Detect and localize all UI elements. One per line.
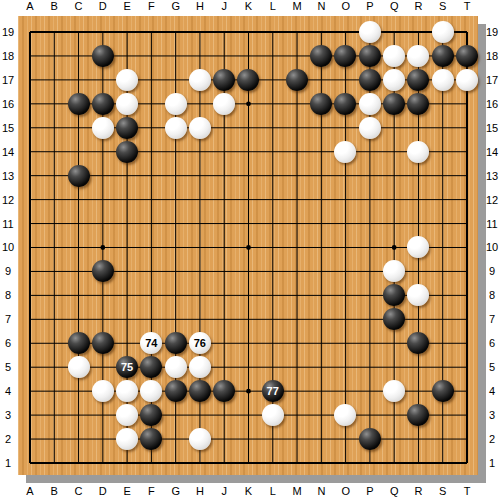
intersection-s11[interactable] xyxy=(430,212,454,236)
intersection-s19[interactable] xyxy=(430,20,454,44)
intersection-k11[interactable] xyxy=(236,212,260,236)
intersection-m18[interactable] xyxy=(285,44,309,68)
intersection-o4[interactable] xyxy=(333,379,357,403)
intersection-q6[interactable] xyxy=(382,331,406,355)
intersection-d18[interactable] xyxy=(91,44,115,68)
intersection-h16[interactable] xyxy=(188,92,212,116)
intersection-t18[interactable] xyxy=(455,44,479,68)
intersection-o13[interactable] xyxy=(333,164,357,188)
intersection-c6[interactable] xyxy=(66,331,90,355)
intersection-o18[interactable] xyxy=(333,44,357,68)
intersection-k15[interactable] xyxy=(236,116,260,140)
intersection-f13[interactable] xyxy=(139,164,163,188)
intersection-p16[interactable] xyxy=(358,92,382,116)
intersection-s2[interactable] xyxy=(430,427,454,451)
intersection-t2[interactable] xyxy=(455,427,479,451)
intersection-o8[interactable] xyxy=(333,283,357,307)
intersection-e18[interactable] xyxy=(115,44,139,68)
intersection-b4[interactable] xyxy=(42,379,66,403)
intersection-e17[interactable] xyxy=(115,68,139,92)
intersection-j5[interactable] xyxy=(212,355,236,379)
intersection-j11[interactable] xyxy=(212,212,236,236)
intersection-t4[interactable] xyxy=(455,379,479,403)
intersection-a9[interactable] xyxy=(18,259,42,283)
intersection-q18[interactable] xyxy=(382,44,406,68)
intersection-j10[interactable] xyxy=(212,235,236,259)
intersection-g17[interactable] xyxy=(163,68,187,92)
intersection-g4[interactable] xyxy=(163,379,187,403)
intersection-n17[interactable] xyxy=(309,68,333,92)
intersection-j7[interactable] xyxy=(212,307,236,331)
intersection-j2[interactable] xyxy=(212,427,236,451)
intersection-b5[interactable] xyxy=(42,355,66,379)
intersection-s17[interactable] xyxy=(430,68,454,92)
intersection-f19[interactable] xyxy=(139,20,163,44)
intersection-g8[interactable] xyxy=(163,283,187,307)
intersection-d4[interactable] xyxy=(91,379,115,403)
intersection-l6[interactable] xyxy=(261,331,285,355)
intersection-h12[interactable] xyxy=(188,188,212,212)
intersection-o10[interactable] xyxy=(333,235,357,259)
intersection-j9[interactable] xyxy=(212,259,236,283)
intersection-m7[interactable] xyxy=(285,307,309,331)
intersection-c15[interactable] xyxy=(66,116,90,140)
intersection-g13[interactable] xyxy=(163,164,187,188)
intersection-a1[interactable] xyxy=(18,451,42,475)
intersection-b15[interactable] xyxy=(42,116,66,140)
intersection-o19[interactable] xyxy=(333,20,357,44)
intersection-e11[interactable] xyxy=(115,212,139,236)
intersection-h6[interactable]: 76 xyxy=(188,331,212,355)
intersection-s18[interactable] xyxy=(430,44,454,68)
intersection-l4[interactable]: 77 xyxy=(261,379,285,403)
intersection-c16[interactable] xyxy=(66,92,90,116)
intersection-c18[interactable] xyxy=(66,44,90,68)
intersection-f5[interactable] xyxy=(139,355,163,379)
intersection-q17[interactable] xyxy=(382,68,406,92)
intersection-c7[interactable] xyxy=(66,307,90,331)
intersection-a18[interactable] xyxy=(18,44,42,68)
intersection-t19[interactable] xyxy=(455,20,479,44)
intersection-q9[interactable] xyxy=(382,259,406,283)
intersection-l17[interactable] xyxy=(261,68,285,92)
intersection-k4[interactable] xyxy=(236,379,260,403)
intersection-l8[interactable] xyxy=(261,283,285,307)
intersection-h13[interactable] xyxy=(188,164,212,188)
intersection-b6[interactable] xyxy=(42,331,66,355)
intersection-e4[interactable] xyxy=(115,379,139,403)
intersection-m11[interactable] xyxy=(285,212,309,236)
intersection-f8[interactable] xyxy=(139,283,163,307)
intersection-s12[interactable] xyxy=(430,188,454,212)
intersection-k8[interactable] xyxy=(236,283,260,307)
intersection-j18[interactable] xyxy=(212,44,236,68)
intersection-d11[interactable] xyxy=(91,212,115,236)
intersection-j6[interactable] xyxy=(212,331,236,355)
intersection-n13[interactable] xyxy=(309,164,333,188)
intersection-g5[interactable] xyxy=(163,355,187,379)
intersection-q8[interactable] xyxy=(382,283,406,307)
intersection-m19[interactable] xyxy=(285,20,309,44)
intersection-q16[interactable] xyxy=(382,92,406,116)
intersection-q19[interactable] xyxy=(382,20,406,44)
intersection-s10[interactable] xyxy=(430,235,454,259)
intersection-t5[interactable] xyxy=(455,355,479,379)
intersection-n1[interactable] xyxy=(309,451,333,475)
intersection-b17[interactable] xyxy=(42,68,66,92)
intersection-m5[interactable] xyxy=(285,355,309,379)
intersection-k10[interactable] xyxy=(236,235,260,259)
intersection-b18[interactable] xyxy=(42,44,66,68)
intersection-m9[interactable] xyxy=(285,259,309,283)
intersection-a13[interactable] xyxy=(18,164,42,188)
intersection-a8[interactable] xyxy=(18,283,42,307)
intersection-o2[interactable] xyxy=(333,427,357,451)
intersection-a15[interactable] xyxy=(18,116,42,140)
intersection-r11[interactable] xyxy=(406,212,430,236)
intersection-l19[interactable] xyxy=(261,20,285,44)
intersection-r2[interactable] xyxy=(406,427,430,451)
intersection-q2[interactable] xyxy=(382,427,406,451)
intersection-n3[interactable] xyxy=(309,403,333,427)
intersection-a12[interactable] xyxy=(18,188,42,212)
intersection-j8[interactable] xyxy=(212,283,236,307)
intersection-r7[interactable] xyxy=(406,307,430,331)
intersection-a17[interactable] xyxy=(18,68,42,92)
intersection-a19[interactable] xyxy=(18,20,42,44)
intersection-k17[interactable] xyxy=(236,68,260,92)
intersection-m4[interactable] xyxy=(285,379,309,403)
intersection-n16[interactable] xyxy=(309,92,333,116)
intersection-p19[interactable] xyxy=(358,20,382,44)
intersection-h1[interactable] xyxy=(188,451,212,475)
intersection-r10[interactable] xyxy=(406,235,430,259)
intersection-e15[interactable] xyxy=(115,116,139,140)
intersection-b19[interactable] xyxy=(42,20,66,44)
intersection-f10[interactable] xyxy=(139,235,163,259)
intersection-f18[interactable] xyxy=(139,44,163,68)
intersection-d1[interactable] xyxy=(91,451,115,475)
intersection-j4[interactable] xyxy=(212,379,236,403)
intersection-g14[interactable] xyxy=(163,140,187,164)
intersection-e10[interactable] xyxy=(115,235,139,259)
intersection-g6[interactable] xyxy=(163,331,187,355)
intersection-d7[interactable] xyxy=(91,307,115,331)
intersection-f15[interactable] xyxy=(139,116,163,140)
intersection-g9[interactable] xyxy=(163,259,187,283)
intersection-f16[interactable] xyxy=(139,92,163,116)
intersection-q13[interactable] xyxy=(382,164,406,188)
intersection-q12[interactable] xyxy=(382,188,406,212)
intersection-c10[interactable] xyxy=(66,235,90,259)
intersection-a5[interactable] xyxy=(18,355,42,379)
intersection-p2[interactable] xyxy=(358,427,382,451)
intersection-f7[interactable] xyxy=(139,307,163,331)
intersection-n4[interactable] xyxy=(309,379,333,403)
intersection-s7[interactable] xyxy=(430,307,454,331)
intersection-r1[interactable] xyxy=(406,451,430,475)
intersection-c14[interactable] xyxy=(66,140,90,164)
intersection-f14[interactable] xyxy=(139,140,163,164)
intersection-d16[interactable] xyxy=(91,92,115,116)
intersection-g11[interactable] xyxy=(163,212,187,236)
intersection-c4[interactable] xyxy=(66,379,90,403)
intersection-l12[interactable] xyxy=(261,188,285,212)
intersection-s6[interactable] xyxy=(430,331,454,355)
intersection-l18[interactable] xyxy=(261,44,285,68)
intersection-r5[interactable] xyxy=(406,355,430,379)
intersection-k9[interactable] xyxy=(236,259,260,283)
intersection-h3[interactable] xyxy=(188,403,212,427)
intersection-h15[interactable] xyxy=(188,116,212,140)
intersection-r9[interactable] xyxy=(406,259,430,283)
intersection-h8[interactable] xyxy=(188,283,212,307)
intersection-r17[interactable] xyxy=(406,68,430,92)
intersection-f9[interactable] xyxy=(139,259,163,283)
intersection-f11[interactable] xyxy=(139,212,163,236)
intersection-c1[interactable] xyxy=(66,451,90,475)
intersection-g7[interactable] xyxy=(163,307,187,331)
intersection-p13[interactable] xyxy=(358,164,382,188)
intersection-o15[interactable] xyxy=(333,116,357,140)
intersection-p11[interactable] xyxy=(358,212,382,236)
intersection-q5[interactable] xyxy=(382,355,406,379)
intersection-q1[interactable] xyxy=(382,451,406,475)
intersection-m16[interactable] xyxy=(285,92,309,116)
intersection-c8[interactable] xyxy=(66,283,90,307)
intersection-g15[interactable] xyxy=(163,116,187,140)
intersection-t15[interactable] xyxy=(455,116,479,140)
intersection-d19[interactable] xyxy=(91,20,115,44)
intersection-p18[interactable] xyxy=(358,44,382,68)
intersection-e12[interactable] xyxy=(115,188,139,212)
intersection-e3[interactable] xyxy=(115,403,139,427)
intersection-n15[interactable] xyxy=(309,116,333,140)
intersection-b9[interactable] xyxy=(42,259,66,283)
intersection-h17[interactable] xyxy=(188,68,212,92)
intersection-l14[interactable] xyxy=(261,140,285,164)
intersection-b11[interactable] xyxy=(42,212,66,236)
intersection-t10[interactable] xyxy=(455,235,479,259)
intersection-f2[interactable] xyxy=(139,427,163,451)
intersection-f12[interactable] xyxy=(139,188,163,212)
intersection-n8[interactable] xyxy=(309,283,333,307)
intersection-c2[interactable] xyxy=(66,427,90,451)
intersection-b2[interactable] xyxy=(42,427,66,451)
intersection-b7[interactable] xyxy=(42,307,66,331)
intersection-h7[interactable] xyxy=(188,307,212,331)
intersection-p5[interactable] xyxy=(358,355,382,379)
intersection-h5[interactable] xyxy=(188,355,212,379)
intersection-e6[interactable] xyxy=(115,331,139,355)
intersection-r13[interactable] xyxy=(406,164,430,188)
intersection-q10[interactable] xyxy=(382,235,406,259)
intersection-o7[interactable] xyxy=(333,307,357,331)
intersection-l2[interactable] xyxy=(261,427,285,451)
intersection-l16[interactable] xyxy=(261,92,285,116)
intersection-o11[interactable] xyxy=(333,212,357,236)
intersection-d3[interactable] xyxy=(91,403,115,427)
intersection-k19[interactable] xyxy=(236,20,260,44)
intersection-b10[interactable] xyxy=(42,235,66,259)
intersection-q3[interactable] xyxy=(382,403,406,427)
intersection-o16[interactable] xyxy=(333,92,357,116)
intersection-c3[interactable] xyxy=(66,403,90,427)
intersection-l1[interactable] xyxy=(261,451,285,475)
intersection-s5[interactable] xyxy=(430,355,454,379)
intersection-m8[interactable] xyxy=(285,283,309,307)
intersection-b13[interactable] xyxy=(42,164,66,188)
intersection-c17[interactable] xyxy=(66,68,90,92)
intersection-p12[interactable] xyxy=(358,188,382,212)
intersection-r3[interactable] xyxy=(406,403,430,427)
intersection-r18[interactable] xyxy=(406,44,430,68)
intersection-s3[interactable] xyxy=(430,403,454,427)
intersection-q7[interactable] xyxy=(382,307,406,331)
intersection-r16[interactable] xyxy=(406,92,430,116)
intersection-g18[interactable] xyxy=(163,44,187,68)
intersection-n18[interactable] xyxy=(309,44,333,68)
intersection-h2[interactable] xyxy=(188,427,212,451)
intersection-j16[interactable] xyxy=(212,92,236,116)
intersection-h18[interactable] xyxy=(188,44,212,68)
intersection-s4[interactable] xyxy=(430,379,454,403)
intersection-n10[interactable] xyxy=(309,235,333,259)
intersection-j12[interactable] xyxy=(212,188,236,212)
intersection-r19[interactable] xyxy=(406,20,430,44)
intersection-d15[interactable] xyxy=(91,116,115,140)
intersection-k2[interactable] xyxy=(236,427,260,451)
intersection-k13[interactable] xyxy=(236,164,260,188)
intersection-s9[interactable] xyxy=(430,259,454,283)
intersection-m10[interactable] xyxy=(285,235,309,259)
intersection-n12[interactable] xyxy=(309,188,333,212)
intersection-o12[interactable] xyxy=(333,188,357,212)
intersection-b3[interactable] xyxy=(42,403,66,427)
intersection-n2[interactable] xyxy=(309,427,333,451)
intersection-k1[interactable] xyxy=(236,451,260,475)
intersection-t16[interactable] xyxy=(455,92,479,116)
intersection-c13[interactable] xyxy=(66,164,90,188)
intersection-k6[interactable] xyxy=(236,331,260,355)
intersection-n11[interactable] xyxy=(309,212,333,236)
intersection-o14[interactable] xyxy=(333,140,357,164)
intersection-k16[interactable] xyxy=(236,92,260,116)
intersection-o1[interactable] xyxy=(333,451,357,475)
intersection-o9[interactable] xyxy=(333,259,357,283)
intersection-t17[interactable] xyxy=(455,68,479,92)
intersection-h19[interactable] xyxy=(188,20,212,44)
intersection-t7[interactable] xyxy=(455,307,479,331)
intersection-n19[interactable] xyxy=(309,20,333,44)
intersection-p1[interactable] xyxy=(358,451,382,475)
intersection-l7[interactable] xyxy=(261,307,285,331)
intersection-c9[interactable] xyxy=(66,259,90,283)
intersection-d9[interactable] xyxy=(91,259,115,283)
intersection-e14[interactable] xyxy=(115,140,139,164)
intersection-r14[interactable] xyxy=(406,140,430,164)
intersection-d17[interactable] xyxy=(91,68,115,92)
intersection-k7[interactable] xyxy=(236,307,260,331)
intersection-o3[interactable] xyxy=(333,403,357,427)
intersection-t13[interactable] xyxy=(455,164,479,188)
intersection-q15[interactable] xyxy=(382,116,406,140)
intersection-a10[interactable] xyxy=(18,235,42,259)
intersection-g1[interactable] xyxy=(163,451,187,475)
intersection-g10[interactable] xyxy=(163,235,187,259)
intersection-t8[interactable] xyxy=(455,283,479,307)
intersection-a7[interactable] xyxy=(18,307,42,331)
intersection-j15[interactable] xyxy=(212,116,236,140)
intersection-h4[interactable] xyxy=(188,379,212,403)
intersection-g3[interactable] xyxy=(163,403,187,427)
intersection-q11[interactable] xyxy=(382,212,406,236)
intersection-o6[interactable] xyxy=(333,331,357,355)
intersection-t9[interactable] xyxy=(455,259,479,283)
intersection-l9[interactable] xyxy=(261,259,285,283)
intersection-h14[interactable] xyxy=(188,140,212,164)
intersection-r6[interactable] xyxy=(406,331,430,355)
intersection-k18[interactable] xyxy=(236,44,260,68)
intersection-l3[interactable] xyxy=(261,403,285,427)
intersection-o5[interactable] xyxy=(333,355,357,379)
intersection-m13[interactable] xyxy=(285,164,309,188)
intersection-e13[interactable] xyxy=(115,164,139,188)
intersection-p8[interactable] xyxy=(358,283,382,307)
intersection-j13[interactable] xyxy=(212,164,236,188)
intersection-a14[interactable] xyxy=(18,140,42,164)
intersection-a6[interactable] xyxy=(18,331,42,355)
intersection-k12[interactable] xyxy=(236,188,260,212)
intersection-m6[interactable] xyxy=(285,331,309,355)
intersection-e16[interactable] xyxy=(115,92,139,116)
intersection-j14[interactable] xyxy=(212,140,236,164)
intersection-c11[interactable] xyxy=(66,212,90,236)
intersection-r8[interactable] xyxy=(406,283,430,307)
intersection-m2[interactable] xyxy=(285,427,309,451)
intersection-l11[interactable] xyxy=(261,212,285,236)
intersection-g16[interactable] xyxy=(163,92,187,116)
intersection-m12[interactable] xyxy=(285,188,309,212)
intersection-d5[interactable] xyxy=(91,355,115,379)
intersection-e9[interactable] xyxy=(115,259,139,283)
intersection-n5[interactable] xyxy=(309,355,333,379)
intersection-k14[interactable] xyxy=(236,140,260,164)
intersection-b16[interactable] xyxy=(42,92,66,116)
intersection-m15[interactable] xyxy=(285,116,309,140)
intersection-r15[interactable] xyxy=(406,116,430,140)
intersection-q4[interactable] xyxy=(382,379,406,403)
intersection-k3[interactable] xyxy=(236,403,260,427)
intersection-p6[interactable] xyxy=(358,331,382,355)
intersection-m14[interactable] xyxy=(285,140,309,164)
intersection-p14[interactable] xyxy=(358,140,382,164)
intersection-p3[interactable] xyxy=(358,403,382,427)
intersection-d8[interactable] xyxy=(91,283,115,307)
intersection-p4[interactable] xyxy=(358,379,382,403)
intersection-a16[interactable] xyxy=(18,92,42,116)
intersection-n14[interactable] xyxy=(309,140,333,164)
intersection-o17[interactable] xyxy=(333,68,357,92)
intersection-l13[interactable] xyxy=(261,164,285,188)
intersection-e5[interactable]: 75 xyxy=(115,355,139,379)
intersection-a4[interactable] xyxy=(18,379,42,403)
intersection-s1[interactable] xyxy=(430,451,454,475)
intersection-p15[interactable] xyxy=(358,116,382,140)
intersection-m17[interactable] xyxy=(285,68,309,92)
intersection-g19[interactable] xyxy=(163,20,187,44)
intersection-c5[interactable] xyxy=(66,355,90,379)
